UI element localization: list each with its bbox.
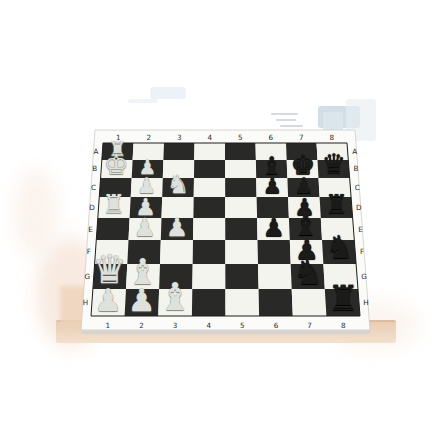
piece-black-rook-d8[interactable]: ♜: [321, 192, 352, 218]
square-e1[interactable]: [96, 218, 129, 240]
file-label-right: A: [352, 147, 357, 156]
piece-white-pawn-h1[interactable]: ♟: [89, 285, 127, 316]
square-c4[interactable]: [194, 178, 226, 197]
file-label-right: H: [363, 298, 368, 307]
file-label-right: E: [358, 225, 363, 234]
rank-label-near: 2: [139, 321, 144, 330]
piece-black-pawn-e6[interactable]: ♟: [259, 215, 289, 240]
piece-black-queen-b8[interactable]: ♛: [318, 151, 350, 178]
square-a5[interactable]: [225, 143, 256, 160]
rank-label-far: 7: [299, 133, 304, 142]
file-label-right: B: [353, 164, 358, 173]
square-b5[interactable]: [225, 160, 256, 178]
rank-label-near: 5: [240, 321, 245, 330]
square-h5[interactable]: [225, 289, 259, 316]
square-f3[interactable]: [160, 240, 193, 264]
square-c5[interactable]: [225, 178, 257, 197]
file-label-left: D: [89, 203, 95, 212]
rank-label-far: 8: [329, 133, 334, 142]
piece-black-pawn-c6[interactable]: ♟: [259, 175, 285, 196]
rank-label-near: 8: [341, 321, 346, 330]
piece-white-king-b1[interactable]: ♚: [100, 151, 133, 179]
file-label-right: C: [355, 183, 360, 192]
square-g5[interactable]: [225, 264, 258, 289]
piece-white-pawn-e3[interactable]: ♟: [162, 215, 192, 240]
square-a3[interactable]: [163, 143, 194, 160]
file-label-left: A: [93, 147, 98, 156]
piece-black-rook-h8[interactable]: ♜: [322, 281, 364, 316]
file-label-left: B: [92, 164, 97, 173]
file-label-right: D: [356, 203, 362, 212]
square-f5[interactable]: [225, 240, 258, 264]
file-label-left: C: [91, 183, 96, 192]
rank-label-near: 4: [206, 321, 211, 330]
file-label-right: G: [361, 272, 367, 281]
square-d4[interactable]: [193, 197, 225, 218]
piece-white-rook-d1[interactable]: ♜: [98, 192, 129, 218]
square-b4[interactable]: [194, 160, 225, 178]
rank-label-near: 7: [307, 321, 312, 330]
rank-label-far: 4: [207, 133, 212, 142]
rank-label-far: 5: [238, 133, 243, 142]
piece-white-knight-c3[interactable]: ♞: [163, 172, 193, 197]
chess-product-photo: AABBCCDDEEFFGGHH1122334455667788 ♜♚♟♝♚♛♟…: [0, 0, 448, 448]
chess-board: AABBCCDDEEFFGGHH1122334455667788: [0, 0, 448, 448]
piece-white-pawn-e2[interactable]: ♟: [130, 215, 160, 240]
file-label-left: H: [83, 298, 88, 307]
rank-label-near: 1: [106, 321, 111, 330]
square-f4[interactable]: [193, 240, 226, 264]
rank-label-near: 3: [173, 321, 178, 330]
square-a4[interactable]: [194, 143, 225, 160]
rank-label-far: 2: [146, 133, 151, 142]
square-h6[interactable]: [259, 289, 293, 316]
square-e4[interactable]: [193, 218, 225, 240]
rank-label-far: 3: [177, 133, 182, 142]
square-e5[interactable]: [225, 218, 257, 240]
rank-label-far: 6: [268, 133, 273, 142]
piece-white-bishop-h3[interactable]: ♝: [152, 278, 198, 316]
file-label-right: F: [360, 247, 364, 256]
rank-label-near: 6: [274, 321, 279, 330]
square-d5[interactable]: [225, 197, 257, 218]
square-f6[interactable]: [258, 240, 291, 264]
file-label-left: E: [88, 225, 93, 234]
